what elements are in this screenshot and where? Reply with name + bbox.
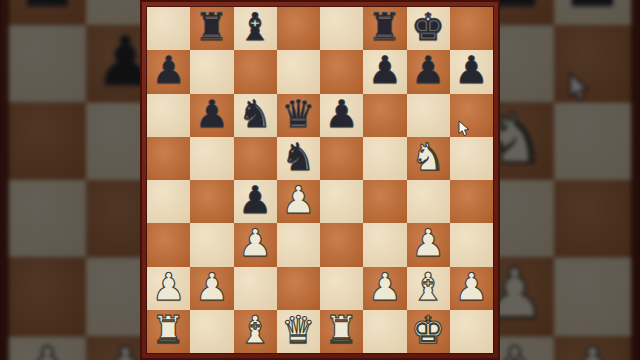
piece-white-pawn: ♟ (195, 266, 229, 309)
square-e4[interactable] (320, 180, 363, 223)
square-f3[interactable] (363, 223, 406, 266)
piece-black-pawn: ♟ (562, 0, 623, 22)
piece-black-pawn: ♟ (238, 179, 272, 222)
piece-black-pawn: ♟ (454, 49, 488, 92)
square-c8[interactable]: ♝ (234, 7, 277, 50)
piece-black-pawn: ♟ (368, 49, 402, 92)
piece-white-king: ♚ (411, 309, 445, 352)
piece-white-bishop: ♝ (411, 266, 445, 309)
square-h7[interactable]: ♟ (450, 50, 493, 93)
square-e8[interactable] (320, 7, 363, 50)
square-c7[interactable] (234, 50, 277, 93)
square-e1[interactable]: ♜ (320, 310, 363, 353)
square-b6[interactable]: ♟ (190, 94, 233, 137)
piece-white-pawn: ♟ (152, 266, 186, 309)
square-a5[interactable] (147, 137, 190, 180)
square-d7[interactable] (277, 50, 320, 93)
square-c5[interactable] (234, 137, 277, 180)
square-f2[interactable]: ♟ (363, 267, 406, 310)
square-h3[interactable] (450, 223, 493, 266)
square-f5[interactable] (363, 137, 406, 180)
square-d2[interactable] (277, 267, 320, 310)
square-c2[interactable] (234, 267, 277, 310)
piece-white-pawn: ♟ (238, 222, 272, 265)
piece-black-king: ♚ (411, 6, 445, 49)
square-d5[interactable]: ♞ (277, 137, 320, 180)
piece-black-rook: ♜ (368, 6, 402, 49)
piece-black-pawn: ♟ (195, 93, 229, 136)
square-e7[interactable] (320, 50, 363, 93)
piece-black-pawn: ♟ (17, 0, 78, 22)
square-e3[interactable] (320, 223, 363, 266)
square-f1[interactable] (363, 310, 406, 353)
square-a7: ♟ (9, 0, 87, 24)
piece-white-pawn: ♟ (281, 179, 315, 222)
square-c4[interactable]: ♟ (234, 180, 277, 223)
square-g7[interactable]: ♟ (407, 50, 450, 93)
square-e6[interactable]: ♟ (320, 94, 363, 137)
square-h1[interactable] (450, 310, 493, 353)
piece-white-rook: ♜ (325, 309, 359, 352)
square-f8[interactable]: ♜ (363, 7, 406, 50)
piece-black-pawn: ♟ (325, 93, 359, 136)
square-h4[interactable] (450, 180, 493, 223)
square-h6 (554, 24, 632, 102)
square-d3[interactable] (277, 223, 320, 266)
piece-white-pawn: ♟ (411, 222, 445, 265)
piece-white-queen: ♛ (281, 309, 315, 352)
square-a8[interactable] (147, 7, 190, 50)
square-h4 (554, 180, 632, 258)
square-h5[interactable] (450, 137, 493, 180)
square-d1[interactable]: ♛ (277, 310, 320, 353)
piece-black-bishop: ♝ (238, 6, 272, 49)
square-g6[interactable] (407, 94, 450, 137)
square-b2[interactable]: ♟ (190, 267, 233, 310)
piece-black-knight: ♞ (281, 136, 315, 179)
square-b7[interactable] (190, 50, 233, 93)
square-c6[interactable]: ♞ (234, 94, 277, 137)
square-a4 (9, 180, 87, 258)
square-g4[interactable] (407, 180, 450, 223)
square-a1[interactable]: ♜ (147, 310, 190, 353)
piece-white-pawn: ♟ (368, 266, 402, 309)
square-h2: ♟ (554, 336, 632, 360)
square-b8[interactable]: ♜ (190, 7, 233, 50)
board-grid: ♜♝♜♚♟♟♟♟♟♞♛♟♞♞♟♟♟♟♟♟♟♝♟♜♝♛♜♚ (147, 7, 493, 353)
square-b5[interactable] (190, 137, 233, 180)
piece-black-knight: ♞ (238, 93, 272, 136)
square-h7: ♟ (554, 0, 632, 24)
square-g3[interactable]: ♟ (407, 223, 450, 266)
square-a2: ♟ (9, 336, 87, 360)
video-frame: ♜♝♜♚♟♟♟♟♟♞♛♟♞♞♟♟♟♟♟♟♟♝♟♜♝♛♜♚ ♜♝♜♚♟♟♟♟♟♞♛… (0, 0, 640, 360)
square-g2[interactable]: ♝ (407, 267, 450, 310)
square-b3[interactable] (190, 223, 233, 266)
piece-black-rook: ♜ (195, 6, 229, 49)
piece-black-queen: ♛ (281, 93, 315, 136)
piece-black-pawn: ♟ (411, 49, 445, 92)
square-a2[interactable]: ♟ (147, 267, 190, 310)
square-a7[interactable]: ♟ (147, 50, 190, 93)
piece-white-pawn: ♟ (454, 266, 488, 309)
piece-white-knight: ♞ (411, 136, 445, 179)
square-g5[interactable]: ♞ (407, 137, 450, 180)
square-h3 (554, 258, 632, 336)
piece-white-pawn: ♟ (562, 334, 623, 360)
piece-black-pawn: ♟ (152, 49, 186, 92)
square-h8[interactable] (450, 7, 493, 50)
square-g1[interactable]: ♚ (407, 310, 450, 353)
piece-white-bishop: ♝ (238, 309, 272, 352)
piece-white-pawn: ♟ (17, 334, 78, 360)
square-a3 (9, 258, 87, 336)
square-d6[interactable]: ♛ (277, 94, 320, 137)
square-h5 (554, 102, 632, 180)
square-e2[interactable] (320, 267, 363, 310)
square-c3[interactable]: ♟ (234, 223, 277, 266)
square-f4[interactable] (363, 180, 406, 223)
square-a5 (9, 102, 87, 180)
piece-white-rook: ♜ (152, 309, 186, 352)
square-a6 (9, 24, 87, 102)
square-f6[interactable] (363, 94, 406, 137)
square-f7[interactable]: ♟ (363, 50, 406, 93)
square-a4[interactable] (147, 180, 190, 223)
square-c1[interactable]: ♝ (234, 310, 277, 353)
square-d8[interactable] (277, 7, 320, 50)
square-d4[interactable]: ♟ (277, 180, 320, 223)
square-g8[interactable]: ♚ (407, 7, 450, 50)
square-a6[interactable] (147, 94, 190, 137)
square-b4[interactable] (190, 180, 233, 223)
square-h2[interactable]: ♟ (450, 267, 493, 310)
square-a3[interactable] (147, 223, 190, 266)
square-b1[interactable] (190, 310, 233, 353)
chess-board: ♜♝♜♚♟♟♟♟♟♞♛♟♞♞♟♟♟♟♟♟♟♝♟♜♝♛♜♚ (140, 0, 500, 360)
square-e5[interactable] (320, 137, 363, 180)
square-h6[interactable] (450, 94, 493, 137)
